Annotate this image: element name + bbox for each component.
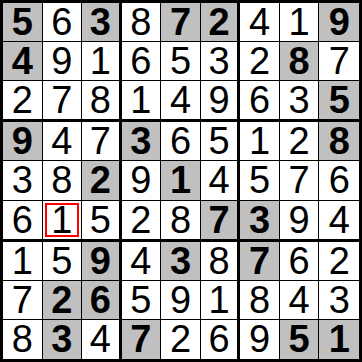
cell-r4c5[interactable]: 6: [161, 122, 201, 161]
cell-r4c4[interactable]: 3: [122, 122, 162, 161]
cell-r6c6[interactable]: 7: [201, 201, 241, 242]
cell-r4c6[interactable]: 5: [201, 122, 241, 161]
cell-r4c3[interactable]: 7: [82, 122, 122, 161]
cell-r3c8[interactable]: 3: [280, 81, 320, 122]
cell-r4c7[interactable]: 1: [240, 122, 280, 161]
cell-r7c9[interactable]: 2: [319, 242, 359, 281]
cell-r2c5[interactable]: 5: [161, 42, 201, 81]
cell-r5c6[interactable]: 4: [201, 161, 241, 200]
cell-r3c9[interactable]: 5: [319, 81, 359, 122]
cell-r6c2[interactable]: 1: [43, 201, 83, 242]
cell-r7c2[interactable]: 5: [43, 242, 83, 281]
cell-r8c3[interactable]: 6: [82, 281, 122, 320]
cell-r2c2[interactable]: 9: [43, 42, 83, 81]
cell-r5c3[interactable]: 2: [82, 161, 122, 200]
cell-r1c5[interactable]: 7: [161, 3, 201, 42]
cell-r1c1[interactable]: 5: [3, 3, 43, 42]
cell-r8c1[interactable]: 7: [3, 281, 43, 320]
cell-r2c8[interactable]: 8: [280, 42, 320, 81]
cell-r4c2[interactable]: 4: [43, 122, 83, 161]
cell-r8c5[interactable]: 9: [161, 281, 201, 320]
cell-r6c1[interactable]: 6: [3, 201, 43, 242]
cell-r4c9[interactable]: 8: [319, 122, 359, 161]
cell-r4c8[interactable]: 2: [280, 122, 320, 161]
cell-r3c2[interactable]: 7: [43, 81, 83, 122]
selected-cell-highlight: [45, 203, 80, 237]
cell-r2c7[interactable]: 2: [240, 42, 280, 81]
cell-r9c1[interactable]: 8: [3, 320, 43, 359]
cell-r7c4[interactable]: 4: [122, 242, 162, 281]
cell-r3c4[interactable]: 1: [122, 81, 162, 122]
cell-r9c9[interactable]: 1: [319, 320, 359, 359]
cell-r7c8[interactable]: 6: [280, 242, 320, 281]
cell-r5c2[interactable]: 8: [43, 161, 83, 200]
cell-r1c8[interactable]: 1: [280, 3, 320, 42]
cell-r6c5[interactable]: 8: [161, 201, 201, 242]
cell-r1c2[interactable]: 6: [43, 3, 83, 42]
cell-r7c1[interactable]: 1: [3, 242, 43, 281]
cell-r1c7[interactable]: 4: [240, 3, 280, 42]
cell-r8c4[interactable]: 5: [122, 281, 162, 320]
cell-r9c2[interactable]: 3: [43, 320, 83, 359]
cell-r5c4[interactable]: 9: [122, 161, 162, 200]
cell-r2c1[interactable]: 4: [3, 42, 43, 81]
cell-r3c1[interactable]: 2: [3, 81, 43, 122]
cell-r7c6[interactable]: 8: [201, 242, 241, 281]
cell-r8c8[interactable]: 4: [280, 281, 320, 320]
cell-r6c8[interactable]: 9: [280, 201, 320, 242]
cell-r9c6[interactable]: 6: [201, 320, 241, 359]
cell-r3c7[interactable]: 6: [240, 81, 280, 122]
cell-r7c7[interactable]: 7: [240, 242, 280, 281]
cell-r8c2[interactable]: 2: [43, 281, 83, 320]
cell-r5c7[interactable]: 5: [240, 161, 280, 200]
cell-r5c9[interactable]: 6: [319, 161, 359, 200]
cell-r8c6[interactable]: 1: [201, 281, 241, 320]
cell-r8c9[interactable]: 3: [319, 281, 359, 320]
cell-r5c8[interactable]: 7: [280, 161, 320, 200]
cell-r1c4[interactable]: 8: [122, 3, 162, 42]
cell-r9c7[interactable]: 9: [240, 320, 280, 359]
cell-r2c4[interactable]: 6: [122, 42, 162, 81]
cell-r6c7[interactable]: 3: [240, 201, 280, 242]
cell-r6c9[interactable]: 4: [319, 201, 359, 242]
cell-r9c8[interactable]: 5: [280, 320, 320, 359]
cell-r1c9[interactable]: 9: [319, 3, 359, 42]
cell-r5c5[interactable]: 1: [161, 161, 201, 200]
cell-r9c5[interactable]: 2: [161, 320, 201, 359]
cell-r4c1[interactable]: 9: [3, 122, 43, 161]
cell-r9c3[interactable]: 4: [82, 320, 122, 359]
sudoku-board: 5638724194916532872781496359473651283829…: [0, 0, 362, 362]
cell-r6c3[interactable]: 5: [82, 201, 122, 242]
cell-r5c1[interactable]: 3: [3, 161, 43, 200]
cell-r1c6[interactable]: 2: [201, 3, 241, 42]
cell-r3c3[interactable]: 8: [82, 81, 122, 122]
cell-r7c3[interactable]: 9: [82, 242, 122, 281]
cell-r2c6[interactable]: 3: [201, 42, 241, 81]
cell-r1c3[interactable]: 3: [82, 3, 122, 42]
cell-r9c4[interactable]: 7: [122, 320, 162, 359]
cell-r3c6[interactable]: 9: [201, 81, 241, 122]
cell-r8c7[interactable]: 8: [240, 281, 280, 320]
cell-r7c5[interactable]: 3: [161, 242, 201, 281]
cell-r2c9[interactable]: 7: [319, 42, 359, 81]
cell-r6c4[interactable]: 2: [122, 201, 162, 242]
cell-r3c5[interactable]: 4: [161, 81, 201, 122]
cell-r2c3[interactable]: 1: [82, 42, 122, 81]
